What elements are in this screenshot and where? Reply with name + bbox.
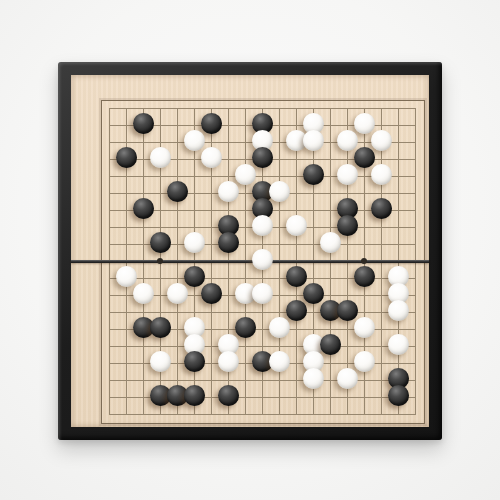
black-stone[interactable] <box>167 181 188 202</box>
white-stone[interactable] <box>252 215 273 236</box>
black-stone[interactable] <box>303 164 324 185</box>
go-board <box>58 62 442 440</box>
hinge-dot-left <box>157 258 163 264</box>
black-stone[interactable] <box>337 215 358 236</box>
white-stone[interactable] <box>133 283 154 304</box>
black-stone[interactable] <box>303 283 324 304</box>
black-stone[interactable] <box>218 385 239 406</box>
black-stone[interactable] <box>218 232 239 253</box>
white-stone[interactable] <box>303 130 324 151</box>
black-stone[interactable] <box>116 147 137 168</box>
black-stone[interactable] <box>201 283 222 304</box>
white-stone[interactable] <box>388 300 409 321</box>
white-stone[interactable] <box>286 215 307 236</box>
black-stone[interactable] <box>150 317 171 338</box>
white-stone[interactable] <box>235 164 256 185</box>
white-stone[interactable] <box>388 334 409 355</box>
black-stone[interactable] <box>235 317 256 338</box>
white-stone[interactable] <box>252 283 273 304</box>
white-stone[interactable] <box>184 130 205 151</box>
fold-hinge-line <box>71 260 429 263</box>
black-stone[interactable] <box>320 334 341 355</box>
white-stone[interactable] <box>354 113 375 134</box>
black-stone[interactable] <box>388 385 409 406</box>
black-stone[interactable] <box>286 300 307 321</box>
black-stone[interactable] <box>184 351 205 372</box>
black-stone[interactable] <box>184 266 205 287</box>
black-stone[interactable] <box>354 266 375 287</box>
white-stone[interactable] <box>218 351 239 372</box>
white-stone[interactable] <box>167 283 188 304</box>
white-stone[interactable] <box>184 232 205 253</box>
black-stone[interactable] <box>354 147 375 168</box>
black-stone[interactable] <box>252 147 273 168</box>
white-stone[interactable] <box>303 368 324 389</box>
black-stone[interactable] <box>337 300 358 321</box>
white-stone[interactable] <box>269 351 290 372</box>
white-stone[interactable] <box>371 130 392 151</box>
black-stone[interactable] <box>133 198 154 219</box>
white-stone[interactable] <box>252 249 273 270</box>
black-stone[interactable] <box>133 113 154 134</box>
white-stone[interactable] <box>269 181 290 202</box>
white-stone[interactable] <box>201 147 222 168</box>
board-surface[interactable] <box>71 75 429 427</box>
white-stone[interactable] <box>116 266 137 287</box>
black-stone[interactable] <box>201 113 222 134</box>
black-stone[interactable] <box>150 232 171 253</box>
white-stone[interactable] <box>320 232 341 253</box>
white-stone[interactable] <box>218 181 239 202</box>
white-stone[interactable] <box>354 351 375 372</box>
white-stone[interactable] <box>354 317 375 338</box>
white-stone[interactable] <box>337 164 358 185</box>
white-stone[interactable] <box>150 351 171 372</box>
white-stone[interactable] <box>337 368 358 389</box>
white-stone[interactable] <box>371 164 392 185</box>
black-stone[interactable] <box>371 198 392 219</box>
white-stone[interactable] <box>150 147 171 168</box>
white-stone[interactable] <box>337 130 358 151</box>
black-stone[interactable] <box>184 385 205 406</box>
hinge-dot-right <box>361 258 367 264</box>
black-stone[interactable] <box>286 266 307 287</box>
white-stone[interactable] <box>269 317 290 338</box>
